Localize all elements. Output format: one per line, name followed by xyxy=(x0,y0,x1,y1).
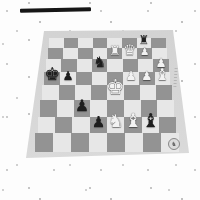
piece-white-queen-f7: ♛ xyxy=(123,43,136,58)
piece-black-knight-d6: ♞ xyxy=(93,55,106,70)
piece-black-pawn-b5: ♟ xyxy=(62,70,73,82)
piece-white-pawn-g7: ♟ xyxy=(140,46,149,56)
piece-black-pawn-d2: ♟ xyxy=(92,115,106,130)
board-logo: ♞ xyxy=(168,138,180,150)
piece-white-bishop-h5: ♝ xyxy=(155,67,169,83)
piece-white-pawn-f5: ♟ xyxy=(125,70,136,82)
piece-white-rook-e7: ♜ xyxy=(109,44,121,57)
piece-white-bishop-f2: ♝ xyxy=(124,111,142,131)
piece-black-bishop-g2: ♝ xyxy=(142,111,160,131)
chess-board: ♜♜♛♟♞♟♚♟♟♟♝♚♟♟♞♝♝ ♞ xyxy=(0,0,200,200)
logo-knight-icon: ♞ xyxy=(171,141,176,147)
piece-black-pawn-c3: ♟ xyxy=(75,98,89,114)
board-pieces: ♜♜♛♟♞♟♚♟♟♟♝♚♟♟♞♝♝ xyxy=(0,0,200,200)
piece-black-king-a5: ♚ xyxy=(44,65,60,83)
piece-white-pawn-g5: ♟ xyxy=(141,70,152,82)
piece-white-knight-e2: ♞ xyxy=(108,112,124,130)
piece-white-king-e4: ♚ xyxy=(106,77,125,98)
photo: ♜♜♛♟♞♟♚♟♟♟♝♚♟♟♞♝♝ ♞ xyxy=(0,0,200,200)
